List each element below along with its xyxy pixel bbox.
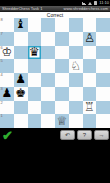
square-c2[interactable]: [28, 101, 42, 115]
rank-label-1: 1: [1, 114, 3, 118]
square-b1[interactable]: [14, 114, 28, 128]
square-c5[interactable]: [28, 59, 42, 73]
square-h4[interactable]: [96, 73, 110, 87]
battery-icon: [94, 1, 97, 5]
square-d1[interactable]: [41, 114, 55, 128]
square-f6[interactable]: [69, 46, 83, 60]
square-a5[interactable]: 5: [0, 59, 14, 73]
square-b6[interactable]: [14, 46, 28, 60]
square-f7[interactable]: [69, 32, 83, 46]
square-e6[interactable]: [55, 46, 69, 60]
white-king-a6[interactable]: ♔: [1, 46, 12, 59]
square-g6[interactable]: [83, 46, 97, 60]
app-title: ShredderChess Task 1: [2, 6, 42, 12]
rank-label-4: 4: [1, 73, 3, 77]
square-f4[interactable]: [69, 73, 83, 87]
square-e4[interactable]: [55, 73, 69, 87]
rank-label-5: 5: [1, 59, 3, 63]
square-h7[interactable]: [96, 32, 110, 46]
square-d8[interactable]: [41, 18, 55, 32]
square-c8[interactable]: [28, 18, 42, 32]
rank-label-2: 2: [1, 101, 3, 105]
square-f3[interactable]: [69, 87, 83, 101]
square-g7[interactable]: ♙: [83, 32, 97, 46]
takeback-button[interactable]: ↶: [60, 130, 75, 140]
square-h2[interactable]: [96, 101, 110, 115]
black-pawn-b4[interactable]: ♟: [15, 73, 26, 86]
square-e7[interactable]: [55, 32, 69, 46]
square-g2[interactable]: ♖: [83, 101, 97, 115]
square-c1[interactable]: [28, 114, 42, 128]
square-b7[interactable]: [14, 32, 28, 46]
square-c7[interactable]: [28, 32, 42, 46]
next-puzzle-button[interactable]: →: [94, 130, 109, 140]
wifi-icon: [88, 2, 92, 5]
square-g3[interactable]: [83, 87, 97, 101]
square-e1[interactable]: ♕: [55, 114, 69, 128]
black-bishop-b8[interactable]: ♝: [15, 18, 26, 31]
white-rook-g2[interactable]: ♖: [84, 101, 95, 114]
square-h5[interactable]: [96, 59, 110, 73]
chess-board: 8♝7♙6♔♛5♘4♟3♟♚2♖1♕: [0, 18, 110, 128]
square-b2[interactable]: [14, 101, 28, 115]
square-c3[interactable]: [28, 87, 42, 101]
rank-label-6: 6: [1, 46, 3, 50]
white-knight-f5[interactable]: ♘: [70, 60, 81, 73]
square-e2[interactable]: [55, 101, 69, 115]
square-a3[interactable]: 3♟: [0, 87, 14, 101]
square-a6[interactable]: 6♔: [0, 46, 14, 60]
square-a2[interactable]: 2: [0, 101, 14, 115]
square-c4[interactable]: [28, 73, 42, 87]
square-e5[interactable]: [55, 59, 69, 73]
square-d7[interactable]: [41, 32, 55, 46]
rank-label-7: 7: [1, 32, 3, 36]
square-g4[interactable]: [83, 73, 97, 87]
square-b5[interactable]: [14, 59, 28, 73]
control-area: ✔ ↶?→: [0, 128, 110, 183]
square-d3[interactable]: [41, 87, 55, 101]
square-f8[interactable]: [69, 18, 83, 32]
black-queen-c6[interactable]: ♛: [29, 46, 40, 59]
square-e8[interactable]: [55, 18, 69, 32]
white-pawn-g7[interactable]: ♙: [84, 32, 95, 45]
square-h3[interactable]: [96, 87, 110, 101]
square-d6[interactable]: [41, 46, 55, 60]
square-f2[interactable]: [69, 101, 83, 115]
correct-check-icon: ✔: [2, 128, 13, 143]
square-b4[interactable]: ♟: [14, 73, 28, 87]
white-queen-e1[interactable]: ♕: [56, 115, 67, 128]
square-d5[interactable]: [41, 59, 55, 73]
square-d2[interactable]: [41, 101, 55, 115]
signal-icon: [82, 2, 86, 5]
website-label: www.shredderchess.com: [64, 6, 108, 12]
square-f1[interactable]: [69, 114, 83, 128]
button-row: ↶?→: [60, 130, 109, 140]
black-king-b3[interactable]: ♚: [15, 87, 26, 100]
square-g1[interactable]: [83, 114, 97, 128]
square-b3[interactable]: ♚: [14, 87, 28, 101]
square-a8[interactable]: 8: [0, 18, 14, 32]
rank-label-8: 8: [1, 18, 3, 22]
square-c6[interactable]: ♛: [28, 46, 42, 60]
square-h8[interactable]: [96, 18, 110, 32]
square-e3[interactable]: [55, 87, 69, 101]
square-f5[interactable]: ♘: [69, 59, 83, 73]
square-g8[interactable]: [83, 18, 97, 32]
square-a1[interactable]: 1: [0, 114, 14, 128]
square-b8[interactable]: ♝: [14, 18, 28, 32]
square-a7[interactable]: 7: [0, 32, 14, 46]
black-pawn-a3[interactable]: ♟: [1, 87, 12, 100]
square-g5[interactable]: [83, 59, 97, 73]
square-h6[interactable]: [96, 46, 110, 60]
hint-button[interactable]: ?: [77, 130, 92, 140]
square-h1[interactable]: [96, 114, 110, 128]
rank-label-3: 3: [1, 87, 3, 91]
square-d4[interactable]: [41, 73, 55, 87]
square-a4[interactable]: 4: [0, 73, 14, 87]
